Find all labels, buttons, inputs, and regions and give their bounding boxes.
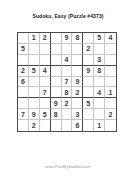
sudoku-cell xyxy=(62,66,73,77)
sudoku-cell xyxy=(18,33,29,44)
sudoku-cell xyxy=(62,120,73,131)
sudoku-cell xyxy=(29,77,40,88)
sudoku-cell: 4 xyxy=(62,55,73,66)
sudoku-cell: 5 xyxy=(83,98,94,109)
footer-url: www.PrintMySudoku.com xyxy=(0,164,136,169)
sudoku-cell xyxy=(18,55,29,66)
sudoku-cell: 7 xyxy=(62,77,73,88)
sudoku-cell xyxy=(29,44,40,55)
sudoku-cell xyxy=(105,55,116,66)
sudoku-cell: 8 xyxy=(51,109,62,120)
sudoku-board: 12985452432549867978241925795832261 xyxy=(17,32,117,132)
sudoku-cell xyxy=(51,120,62,131)
sudoku-cell xyxy=(83,87,94,98)
sudoku-cell: 9 xyxy=(83,66,94,77)
sudoku-cell xyxy=(51,44,62,55)
sudoku-cell: 2 xyxy=(40,33,51,44)
sudoku-cell xyxy=(105,66,116,77)
sudoku-cell: 2 xyxy=(62,98,73,109)
sudoku-cell xyxy=(40,120,51,131)
sudoku-cell: 1 xyxy=(29,33,40,44)
sudoku-cell: 5 xyxy=(29,66,40,77)
sudoku-cell xyxy=(51,33,62,44)
sudoku-cell: 2 xyxy=(105,109,116,120)
sudoku-cell xyxy=(72,55,83,66)
sudoku-cell: 7 xyxy=(40,87,51,98)
sudoku-cell: 5 xyxy=(94,33,105,44)
sudoku-cell xyxy=(40,77,51,88)
sudoku-cell xyxy=(72,66,83,77)
sudoku-cell: 2 xyxy=(29,120,40,131)
sudoku-cell: 2 xyxy=(18,66,29,77)
sudoku-cell xyxy=(94,109,105,120)
sudoku-cell: 8 xyxy=(62,87,73,98)
sudoku-cell xyxy=(18,98,29,109)
sudoku-cell: 6 xyxy=(72,120,83,131)
sudoku-cell: 7 xyxy=(18,109,29,120)
sudoku-cell xyxy=(40,55,51,66)
sudoku-cell xyxy=(83,55,94,66)
sudoku-cell xyxy=(40,44,51,55)
sudoku-cell xyxy=(51,77,62,88)
sudoku-cell xyxy=(83,77,94,88)
sudoku-cell: 2 xyxy=(83,44,94,55)
sudoku-cell xyxy=(94,77,105,88)
sudoku-cell xyxy=(51,87,62,98)
sudoku-cell xyxy=(62,44,73,55)
sudoku-cell xyxy=(94,44,105,55)
sudoku-cell: 9 xyxy=(62,33,73,44)
sudoku-cell xyxy=(29,87,40,98)
sudoku-cell xyxy=(29,55,40,66)
sudoku-cell xyxy=(40,98,51,109)
sudoku-cell xyxy=(62,109,73,120)
sudoku-cell xyxy=(83,33,94,44)
sudoku-cell xyxy=(18,87,29,98)
sudoku-cell: 1 xyxy=(105,87,116,98)
sudoku-cell xyxy=(105,44,116,55)
sudoku-cell xyxy=(94,98,105,109)
sudoku-cell: 5 xyxy=(40,109,51,120)
sudoku-cell xyxy=(72,98,83,109)
sudoku-cell: 3 xyxy=(94,55,105,66)
sudoku-cell: 2 xyxy=(72,87,83,98)
sudoku-cell xyxy=(51,55,62,66)
sudoku-cell xyxy=(105,120,116,131)
sudoku-cell: 9 xyxy=(51,98,62,109)
sudoku-cell xyxy=(83,109,94,120)
sudoku-cell xyxy=(51,66,62,77)
sudoku-cell: 8 xyxy=(72,33,83,44)
sudoku-cell: 9 xyxy=(29,109,40,120)
sudoku-cell xyxy=(72,44,83,55)
sudoku-cell: 4 xyxy=(105,33,116,44)
sudoku-cell xyxy=(105,77,116,88)
sudoku-cell: 9 xyxy=(72,77,83,88)
sudoku-cell: 1 xyxy=(94,120,105,131)
sudoku-cell xyxy=(83,120,94,131)
sudoku-cell: 5 xyxy=(18,44,29,55)
sudoku-cell: 8 xyxy=(94,66,105,77)
page-title: Sudoku, Easy (Puzzle #4373) xyxy=(0,13,136,19)
sudoku-cell: 4 xyxy=(40,66,51,77)
sudoku-cell: 6 xyxy=(18,77,29,88)
sudoku-cell: 3 xyxy=(72,109,83,120)
sudoku-cell: 4 xyxy=(94,87,105,98)
sudoku-cell xyxy=(29,98,40,109)
sudoku-cell xyxy=(18,120,29,131)
sudoku-cell xyxy=(105,98,116,109)
